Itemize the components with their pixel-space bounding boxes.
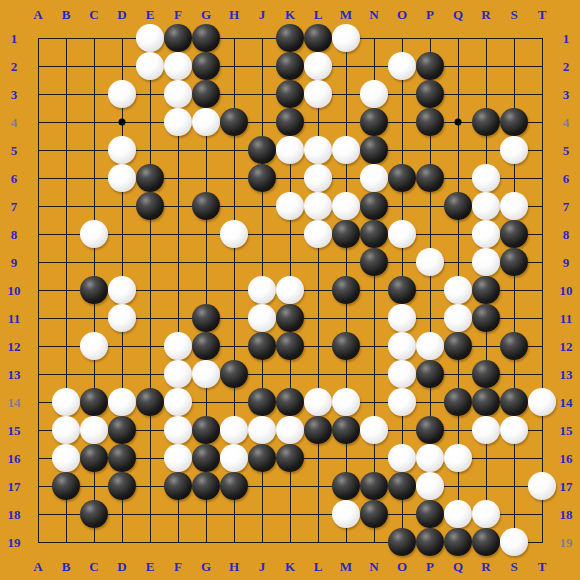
stone-white-Q11 xyxy=(444,304,472,332)
coord-label-left-8: 8 xyxy=(11,228,18,241)
stone-white-M7 xyxy=(332,192,360,220)
stone-white-Q10 xyxy=(444,276,472,304)
stone-white-D10 xyxy=(108,276,136,304)
stone-black-M8 xyxy=(332,220,360,248)
coord-label-top-R: R xyxy=(481,8,490,21)
coord-label-top-P: P xyxy=(426,8,434,21)
coord-label-top-A: A xyxy=(33,8,42,21)
stone-black-N4 xyxy=(360,108,388,136)
stone-white-E2 xyxy=(136,52,164,80)
coord-label-right-8: 8 xyxy=(563,228,570,241)
coord-label-top-N: N xyxy=(369,8,378,21)
coord-label-top-E: E xyxy=(146,8,155,21)
coord-label-right-3: 3 xyxy=(563,88,570,101)
stone-black-R11 xyxy=(472,304,500,332)
stone-black-R4 xyxy=(472,108,500,136)
stone-white-K10 xyxy=(276,276,304,304)
stone-black-G7 xyxy=(192,192,220,220)
coord-label-right-16: 16 xyxy=(560,452,573,465)
stone-black-H4 xyxy=(220,108,248,136)
coord-label-left-11: 11 xyxy=(8,312,20,325)
coord-label-top-O: O xyxy=(397,8,407,21)
stone-white-K7 xyxy=(276,192,304,220)
stone-black-N5 xyxy=(360,136,388,164)
stone-white-P17 xyxy=(416,472,444,500)
grid-line xyxy=(542,38,543,543)
stone-white-Q18 xyxy=(444,500,472,528)
coord-label-bottom-E: E xyxy=(146,560,155,573)
stone-black-S9 xyxy=(500,248,528,276)
stone-white-H15 xyxy=(220,416,248,444)
stone-white-C8 xyxy=(80,220,108,248)
coord-label-bottom-H: H xyxy=(229,560,239,573)
stone-white-O2 xyxy=(388,52,416,80)
coord-label-top-J: J xyxy=(259,8,266,21)
stone-white-L3 xyxy=(304,80,332,108)
stone-white-K15 xyxy=(276,416,304,444)
stone-black-K12 xyxy=(276,332,304,360)
stone-black-S14 xyxy=(500,388,528,416)
stone-black-G3 xyxy=(192,80,220,108)
coord-label-top-G: G xyxy=(201,8,211,21)
stone-white-F2 xyxy=(164,52,192,80)
coord-label-bottom-M: M xyxy=(340,560,352,573)
stone-white-L6 xyxy=(304,164,332,192)
coord-label-left-12: 12 xyxy=(8,340,21,353)
stone-black-N7 xyxy=(360,192,388,220)
stone-black-G1 xyxy=(192,24,220,52)
stone-white-M14 xyxy=(332,388,360,416)
stone-black-F1 xyxy=(164,24,192,52)
stone-black-K4 xyxy=(276,108,304,136)
coord-label-left-7: 7 xyxy=(11,200,18,213)
stone-black-Q19 xyxy=(444,528,472,556)
stone-white-F13 xyxy=(164,360,192,388)
coord-label-right-12: 12 xyxy=(560,340,573,353)
stone-white-F3 xyxy=(164,80,192,108)
coord-label-top-C: C xyxy=(89,8,98,21)
coord-label-bottom-P: P xyxy=(426,560,434,573)
stone-white-S7 xyxy=(500,192,528,220)
coord-label-bottom-F: F xyxy=(174,560,182,573)
coord-label-top-M: M xyxy=(340,8,352,21)
stone-white-O13 xyxy=(388,360,416,388)
stone-black-P13 xyxy=(416,360,444,388)
stone-black-B17 xyxy=(52,472,80,500)
coord-label-top-T: T xyxy=(538,8,547,21)
coord-label-right-5: 5 xyxy=(563,144,570,157)
coord-label-left-13: 13 xyxy=(8,368,21,381)
stone-black-R14 xyxy=(472,388,500,416)
stone-white-K5 xyxy=(276,136,304,164)
star-point xyxy=(119,119,126,126)
stone-black-N17 xyxy=(360,472,388,500)
stone-black-O10 xyxy=(388,276,416,304)
stone-white-J11 xyxy=(248,304,276,332)
coord-label-right-11: 11 xyxy=(560,312,572,325)
coord-label-top-S: S xyxy=(510,8,517,21)
stone-white-R18 xyxy=(472,500,500,528)
stone-black-D17 xyxy=(108,472,136,500)
stone-white-J15 xyxy=(248,416,276,444)
stone-black-J16 xyxy=(248,444,276,472)
stone-white-M18 xyxy=(332,500,360,528)
stone-white-O8 xyxy=(388,220,416,248)
coord-label-top-H: H xyxy=(229,8,239,21)
stone-black-P18 xyxy=(416,500,444,528)
coord-label-top-K: K xyxy=(285,8,295,21)
stone-white-R15 xyxy=(472,416,500,444)
stone-white-G4 xyxy=(192,108,220,136)
stone-black-Q14 xyxy=(444,388,472,416)
stone-white-O12 xyxy=(388,332,416,360)
stone-black-J14 xyxy=(248,388,276,416)
stone-white-R6 xyxy=(472,164,500,192)
stone-black-F17 xyxy=(164,472,192,500)
stone-white-F14 xyxy=(164,388,192,416)
stone-black-N8 xyxy=(360,220,388,248)
stone-black-G11 xyxy=(192,304,220,332)
coord-label-right-4: 4 xyxy=(563,116,570,129)
stone-white-F16 xyxy=(164,444,192,472)
coord-label-left-2: 2 xyxy=(11,60,18,73)
coord-label-bottom-C: C xyxy=(89,560,98,573)
stone-white-D14 xyxy=(108,388,136,416)
coord-label-right-13: 13 xyxy=(560,368,573,381)
stone-white-E1 xyxy=(136,24,164,52)
stone-black-S4 xyxy=(500,108,528,136)
coord-label-left-3: 3 xyxy=(11,88,18,101)
stone-white-T14 xyxy=(528,388,556,416)
stone-black-S8 xyxy=(500,220,528,248)
stone-white-B14 xyxy=(52,388,80,416)
stone-black-K1 xyxy=(276,24,304,52)
stone-white-Q16 xyxy=(444,444,472,472)
stone-black-P15 xyxy=(416,416,444,444)
stone-white-F15 xyxy=(164,416,192,444)
stone-white-L2 xyxy=(304,52,332,80)
stone-white-B15 xyxy=(52,416,80,444)
stone-black-E6 xyxy=(136,164,164,192)
stone-black-D15 xyxy=(108,416,136,444)
coord-label-bottom-N: N xyxy=(369,560,378,573)
stone-white-T17 xyxy=(528,472,556,500)
coord-label-left-6: 6 xyxy=(11,172,18,185)
stone-black-O19 xyxy=(388,528,416,556)
stone-white-S5 xyxy=(500,136,528,164)
stone-black-O6 xyxy=(388,164,416,192)
stone-white-D11 xyxy=(108,304,136,332)
coord-label-bottom-K: K xyxy=(285,560,295,573)
coord-label-left-5: 5 xyxy=(11,144,18,157)
stone-white-M5 xyxy=(332,136,360,164)
stone-black-E14 xyxy=(136,388,164,416)
stone-white-S15 xyxy=(500,416,528,444)
stone-black-R19 xyxy=(472,528,500,556)
stone-black-M12 xyxy=(332,332,360,360)
stone-black-G2 xyxy=(192,52,220,80)
stone-black-M17 xyxy=(332,472,360,500)
stone-black-K11 xyxy=(276,304,304,332)
stone-black-L1 xyxy=(304,24,332,52)
stone-white-S19 xyxy=(500,528,528,556)
stone-black-K14 xyxy=(276,388,304,416)
stone-white-H8 xyxy=(220,220,248,248)
coord-label-right-17: 17 xyxy=(560,480,573,493)
stone-black-H17 xyxy=(220,472,248,500)
coord-label-left-4: 4 xyxy=(11,116,18,129)
grid-line xyxy=(318,38,319,543)
stone-white-G13 xyxy=(192,360,220,388)
stone-black-N9 xyxy=(360,248,388,276)
stone-white-O16 xyxy=(388,444,416,472)
stone-white-L14 xyxy=(304,388,332,416)
coord-label-left-9: 9 xyxy=(11,256,18,269)
coord-label-bottom-A: A xyxy=(33,560,42,573)
stone-white-D6 xyxy=(108,164,136,192)
stone-white-D5 xyxy=(108,136,136,164)
stone-black-M10 xyxy=(332,276,360,304)
coord-label-top-D: D xyxy=(117,8,126,21)
stone-black-P19 xyxy=(416,528,444,556)
stone-black-G12 xyxy=(192,332,220,360)
stone-black-C10 xyxy=(80,276,108,304)
stone-white-N6 xyxy=(360,164,388,192)
grid-line xyxy=(38,374,543,375)
stone-black-L15 xyxy=(304,416,332,444)
stone-white-L7 xyxy=(304,192,332,220)
stone-black-K3 xyxy=(276,80,304,108)
coord-label-right-7: 7 xyxy=(563,200,570,213)
stone-black-J5 xyxy=(248,136,276,164)
coord-label-bottom-O: O xyxy=(397,560,407,573)
stone-black-S12 xyxy=(500,332,528,360)
coord-label-left-17: 17 xyxy=(8,480,21,493)
stone-black-P3 xyxy=(416,80,444,108)
coord-label-top-B: B xyxy=(62,8,71,21)
stone-white-P16 xyxy=(416,444,444,472)
stone-white-R7 xyxy=(472,192,500,220)
stone-white-N15 xyxy=(360,416,388,444)
stone-black-D16 xyxy=(108,444,136,472)
stone-black-R10 xyxy=(472,276,500,304)
coord-label-left-18: 18 xyxy=(8,508,21,521)
stone-white-O11 xyxy=(388,304,416,332)
stone-black-P6 xyxy=(416,164,444,192)
stone-white-M1 xyxy=(332,24,360,52)
coord-label-bottom-L: L xyxy=(314,560,323,573)
stone-white-P9 xyxy=(416,248,444,276)
stone-black-Q12 xyxy=(444,332,472,360)
stone-black-G15 xyxy=(192,416,220,444)
stone-black-G16 xyxy=(192,444,220,472)
stone-black-N18 xyxy=(360,500,388,528)
stone-black-J12 xyxy=(248,332,276,360)
coord-label-right-6: 6 xyxy=(563,172,570,185)
stone-black-G17 xyxy=(192,472,220,500)
stone-black-R13 xyxy=(472,360,500,388)
stone-white-P12 xyxy=(416,332,444,360)
stone-black-P2 xyxy=(416,52,444,80)
coord-label-bottom-D: D xyxy=(117,560,126,573)
stone-white-H16 xyxy=(220,444,248,472)
stone-white-F4 xyxy=(164,108,192,136)
coord-label-left-15: 15 xyxy=(8,424,21,437)
coord-label-left-10: 10 xyxy=(8,284,21,297)
coord-label-right-14: 14 xyxy=(560,396,573,409)
coord-label-right-2: 2 xyxy=(563,60,570,73)
coord-label-right-19: 19 xyxy=(560,536,573,549)
stone-black-Q7 xyxy=(444,192,472,220)
stone-black-C14 xyxy=(80,388,108,416)
stone-black-C16 xyxy=(80,444,108,472)
stone-black-C18 xyxy=(80,500,108,528)
stone-white-D3 xyxy=(108,80,136,108)
stone-white-N3 xyxy=(360,80,388,108)
coord-label-top-L: L xyxy=(314,8,323,21)
coord-label-left-14: 14 xyxy=(8,396,21,409)
stone-black-H13 xyxy=(220,360,248,388)
coord-label-bottom-B: B xyxy=(62,560,71,573)
coord-label-right-9: 9 xyxy=(563,256,570,269)
stone-black-K16 xyxy=(276,444,304,472)
stone-black-K2 xyxy=(276,52,304,80)
coord-label-left-19: 19 xyxy=(8,536,21,549)
coord-label-bottom-T: T xyxy=(538,560,547,573)
stone-white-C12 xyxy=(80,332,108,360)
coord-label-left-1: 1 xyxy=(11,32,18,45)
stone-white-R9 xyxy=(472,248,500,276)
stone-white-R8 xyxy=(472,220,500,248)
stone-white-F12 xyxy=(164,332,192,360)
stone-white-J10 xyxy=(248,276,276,304)
coord-label-bottom-G: G xyxy=(201,560,211,573)
coord-label-right-18: 18 xyxy=(560,508,573,521)
coord-label-top-F: F xyxy=(174,8,182,21)
stone-white-B16 xyxy=(52,444,80,472)
stone-white-O14 xyxy=(388,388,416,416)
coord-label-left-16: 16 xyxy=(8,452,21,465)
coord-label-right-15: 15 xyxy=(560,424,573,437)
coord-label-right-1: 1 xyxy=(563,32,570,45)
star-point xyxy=(455,119,462,126)
stone-white-L5 xyxy=(304,136,332,164)
stone-black-M15 xyxy=(332,416,360,444)
coord-label-bottom-Q: Q xyxy=(453,560,463,573)
coord-label-top-Q: Q xyxy=(453,8,463,21)
stone-black-P4 xyxy=(416,108,444,136)
stone-white-L8 xyxy=(304,220,332,248)
coord-label-right-10: 10 xyxy=(560,284,573,297)
stone-black-E7 xyxy=(136,192,164,220)
stone-black-J6 xyxy=(248,164,276,192)
go-board[interactable]: AABBCCDDEEFFGGHHJJKKLLMMNNOOPPQQRRSSTT11… xyxy=(0,0,580,580)
coord-label-bottom-J: J xyxy=(259,560,266,573)
coord-label-bottom-S: S xyxy=(510,560,517,573)
stone-black-O17 xyxy=(388,472,416,500)
stone-white-C15 xyxy=(80,416,108,444)
coord-label-bottom-R: R xyxy=(481,560,490,573)
